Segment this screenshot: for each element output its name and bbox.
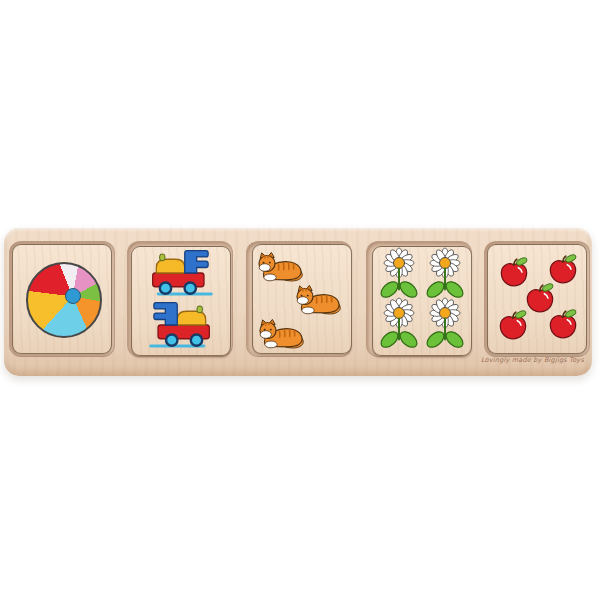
puzzle-tile-1-ball[interactable] — [12, 244, 112, 354]
train-icon — [147, 300, 213, 350]
ball-hub — [65, 288, 81, 304]
tile-recess-ball — [9, 241, 115, 357]
tile-recess-cat — [246, 241, 352, 357]
puzzle-tile-4-flower[interactable] — [372, 246, 472, 356]
train-icon — [149, 248, 215, 298]
puzzle-tile-2-train[interactable] — [131, 246, 231, 356]
apple-icon — [496, 309, 530, 343]
ball-icon — [26, 262, 102, 338]
apple-icon — [546, 308, 580, 342]
puzzle-tile-5-apple[interactable] — [487, 244, 587, 354]
maker-text: Lovingly made by Bigjigs Toys — [481, 356, 584, 364]
flower-icon — [378, 248, 420, 302]
puzzle-tile-3-cat[interactable] — [252, 244, 352, 354]
cat-icon — [294, 285, 344, 316]
product-photo-stage: { "game": "Bigjigs Toys wooden 1-to-5 co… — [0, 0, 600, 600]
tile-recess-apple — [484, 241, 590, 357]
cat-icon — [256, 252, 306, 283]
tile-recess-train — [127, 241, 233, 357]
cat-icon — [257, 319, 307, 350]
flower-icon — [424, 248, 466, 302]
flower-icon — [378, 298, 420, 352]
tile-recess-flower — [366, 241, 472, 357]
flower-icon — [424, 298, 466, 352]
puzzle-tray: Lovingly made by Bigjigs Toys — [4, 228, 592, 376]
